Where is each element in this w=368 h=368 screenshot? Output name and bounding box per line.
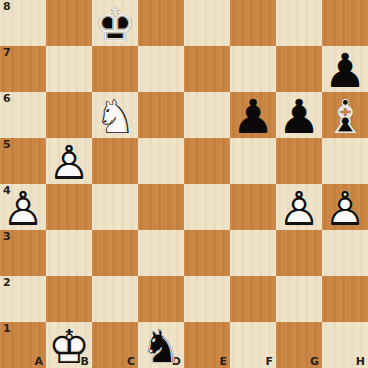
file-label-e: E [219, 355, 227, 368]
square-a2[interactable]: 2 [0, 276, 46, 322]
square-f8[interactable] [230, 0, 276, 46]
file-label-a: A [34, 355, 43, 368]
square-d8[interactable] [138, 0, 184, 46]
square-a3[interactable]: 3 [0, 230, 46, 276]
square-b8[interactable] [46, 0, 92, 46]
square-g6[interactable]: ♟ [276, 92, 322, 138]
square-c2[interactable] [92, 276, 138, 322]
square-c6[interactable]: ♞♘ [92, 92, 138, 138]
rank-label-1: 1 [3, 323, 11, 335]
black-king-c8[interactable]: ♚♔ [92, 0, 138, 46]
square-f5[interactable] [230, 138, 276, 184]
white-pawn-b5[interactable]: ♟♙ [46, 138, 92, 184]
rank-label-2: 2 [3, 277, 11, 289]
black-king-outline: ♔ [92, 1, 138, 47]
chess-board: 8♚♔7♟6♞♘♟♟♝♗5♟♙4♟♙♟♙♟♙321AB♚♔CD♞♘EFGH [0, 0, 368, 368]
white-pawn-outline: ♙ [276, 185, 322, 231]
black-pawn-glyph: ♟ [276, 93, 322, 139]
square-a8[interactable]: 8 [0, 0, 46, 46]
rank-label-6: 6 [3, 93, 11, 105]
square-d3[interactable] [138, 230, 184, 276]
square-h3[interactable] [322, 230, 368, 276]
black-pawn-f6[interactable]: ♟ [230, 92, 276, 138]
square-b7[interactable] [46, 46, 92, 92]
square-a6[interactable]: 6 [0, 92, 46, 138]
square-f6[interactable]: ♟ [230, 92, 276, 138]
square-h8[interactable] [322, 0, 368, 46]
square-a5[interactable]: 5 [0, 138, 46, 184]
white-knight-c6[interactable]: ♞♘ [92, 92, 138, 138]
black-bishop-outline: ♗ [322, 93, 368, 139]
square-g4[interactable]: ♟♙ [276, 184, 322, 230]
white-pawn-outline: ♙ [46, 139, 92, 185]
black-pawn-glyph: ♟ [230, 93, 276, 139]
square-h7[interactable]: ♟ [322, 46, 368, 92]
square-e4[interactable] [184, 184, 230, 230]
square-b5[interactable]: ♟♙ [46, 138, 92, 184]
square-g5[interactable] [276, 138, 322, 184]
square-b4[interactable] [46, 184, 92, 230]
white-knight-outline: ♘ [92, 93, 138, 139]
file-label-f: F [265, 355, 273, 368]
file-label-h: H [356, 355, 365, 368]
square-e6[interactable] [184, 92, 230, 138]
square-f1[interactable]: F [230, 322, 276, 368]
square-b2[interactable] [46, 276, 92, 322]
black-bishop-h6[interactable]: ♝♗ [322, 92, 368, 138]
square-c4[interactable] [92, 184, 138, 230]
square-h2[interactable] [322, 276, 368, 322]
square-c5[interactable] [92, 138, 138, 184]
square-h5[interactable] [322, 138, 368, 184]
square-e7[interactable] [184, 46, 230, 92]
square-d6[interactable] [138, 92, 184, 138]
square-f4[interactable] [230, 184, 276, 230]
rank-label-5: 5 [3, 139, 11, 151]
square-d2[interactable] [138, 276, 184, 322]
square-h4[interactable]: ♟♙ [322, 184, 368, 230]
square-e1[interactable]: E [184, 322, 230, 368]
white-king-b1[interactable]: ♚♔ [46, 322, 92, 368]
square-g8[interactable] [276, 0, 322, 46]
square-g7[interactable] [276, 46, 322, 92]
square-g1[interactable]: G [276, 322, 322, 368]
rank-label-8: 8 [3, 1, 11, 13]
square-e2[interactable] [184, 276, 230, 322]
square-b3[interactable] [46, 230, 92, 276]
white-king-outline: ♔ [46, 323, 92, 368]
file-label-c: C [127, 355, 135, 368]
white-pawn-outline: ♙ [0, 185, 46, 231]
square-f2[interactable] [230, 276, 276, 322]
white-pawn-a4[interactable]: ♟♙ [0, 184, 46, 230]
black-pawn-g6[interactable]: ♟ [276, 92, 322, 138]
square-d5[interactable] [138, 138, 184, 184]
square-d7[interactable] [138, 46, 184, 92]
rank-label-7: 7 [3, 47, 11, 59]
black-pawn-glyph: ♟ [322, 47, 368, 93]
file-label-g: G [310, 355, 319, 368]
black-knight-d1[interactable]: ♞♘ [138, 322, 184, 368]
square-a7[interactable]: 7 [0, 46, 46, 92]
square-c1[interactable]: C [92, 322, 138, 368]
square-f7[interactable] [230, 46, 276, 92]
black-knight-outline: ♘ [138, 323, 184, 368]
square-b1[interactable]: B♚♔ [46, 322, 92, 368]
square-g3[interactable] [276, 230, 322, 276]
square-e8[interactable] [184, 0, 230, 46]
black-pawn-h7[interactable]: ♟ [322, 46, 368, 92]
square-g2[interactable] [276, 276, 322, 322]
square-b6[interactable] [46, 92, 92, 138]
square-h1[interactable]: H [322, 322, 368, 368]
square-c3[interactable] [92, 230, 138, 276]
square-h6[interactable]: ♝♗ [322, 92, 368, 138]
square-f3[interactable] [230, 230, 276, 276]
white-pawn-outline: ♙ [322, 185, 368, 231]
square-d1[interactable]: D♞♘ [138, 322, 184, 368]
square-a1[interactable]: 1A [0, 322, 46, 368]
square-e3[interactable] [184, 230, 230, 276]
square-d4[interactable] [138, 184, 184, 230]
square-c8[interactable]: ♚♔ [92, 0, 138, 46]
square-e5[interactable] [184, 138, 230, 184]
white-pawn-g4[interactable]: ♟♙ [276, 184, 322, 230]
white-pawn-h4[interactable]: ♟♙ [322, 184, 368, 230]
square-c7[interactable] [92, 46, 138, 92]
square-a4[interactable]: 4♟♙ [0, 184, 46, 230]
